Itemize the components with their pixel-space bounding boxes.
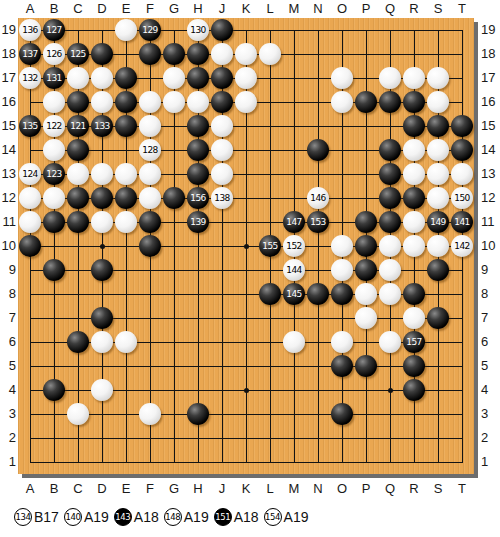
stone-S13 — [427, 163, 449, 185]
stone-D13 — [91, 163, 113, 185]
stone-C17 — [67, 67, 89, 89]
stone-H13 — [187, 163, 209, 185]
stone-B4 — [43, 379, 65, 401]
stone-Q8 — [379, 283, 401, 305]
stone-B18: 126 — [43, 43, 65, 65]
stone-B13: 123 — [43, 163, 65, 185]
stone-L8 — [259, 283, 281, 305]
stone-P7 — [355, 307, 377, 329]
stone-M8: 145 — [283, 283, 305, 305]
stone-H16 — [187, 91, 209, 113]
right-row-label-11: 11 — [481, 214, 500, 230]
stone-R16 — [403, 91, 425, 113]
stone-S15 — [427, 115, 449, 137]
stone-A19: 136 — [19, 19, 41, 41]
stone-S17 — [427, 67, 449, 89]
stone-P16 — [355, 91, 377, 113]
stone-A10 — [19, 235, 41, 257]
right-row-label-5: 5 — [481, 358, 500, 374]
stone-D16 — [91, 91, 113, 113]
stone-S7 — [427, 307, 449, 329]
stone-E12 — [115, 187, 137, 209]
stone-T10: 142 — [451, 235, 473, 257]
caption-move-148-point: A19 — [184, 509, 209, 525]
stone-J16 — [211, 91, 233, 113]
stone-B16 — [43, 91, 65, 113]
stone-D4 — [91, 379, 113, 401]
move-caption: 134B17140A19143A18148A19151A18154A19 — [14, 505, 314, 529]
stone-O9 — [331, 259, 353, 281]
caption-move-148-chip: 148 — [164, 508, 182, 526]
stone-J18 — [211, 43, 233, 65]
stone-F10 — [139, 235, 161, 257]
caption-move-151-point: A18 — [234, 509, 259, 525]
stone-A12 — [19, 187, 41, 209]
stone-J14 — [211, 139, 233, 161]
stone-K18 — [235, 43, 257, 65]
stone-R7 — [403, 307, 425, 329]
stone-H17 — [187, 67, 209, 89]
caption-move-143-chip: 143 — [114, 508, 132, 526]
stone-Q9 — [379, 259, 401, 281]
stone-B11 — [43, 211, 65, 233]
stone-D12 — [91, 187, 113, 209]
stone-C12 — [67, 187, 89, 209]
stone-R5 — [403, 355, 425, 377]
stone-E17 — [115, 67, 137, 89]
stone-S10 — [427, 235, 449, 257]
stone-Q17 — [379, 67, 401, 89]
caption-move-140-point: A19 — [84, 509, 109, 525]
stone-B19: 127 — [43, 19, 65, 41]
stone-H19: 130 — [187, 19, 209, 41]
stone-R8 — [403, 283, 425, 305]
stone-C18: 125 — [67, 43, 89, 65]
stone-P5 — [355, 355, 377, 377]
stone-Q14 — [379, 139, 401, 161]
stone-C16 — [67, 91, 89, 113]
stone-P11 — [355, 211, 377, 233]
stone-H15 — [187, 115, 209, 137]
stone-C15: 121 — [67, 115, 89, 137]
stone-O6 — [331, 331, 353, 353]
stone-R12 — [403, 187, 425, 209]
stone-E16 — [115, 91, 137, 113]
stone-M10: 152 — [283, 235, 305, 257]
stone-D18 — [91, 43, 113, 65]
stone-F11 — [139, 211, 161, 233]
stone-H3 — [187, 403, 209, 425]
stone-Q6 — [379, 331, 401, 353]
stone-Q10 — [379, 235, 401, 257]
stone-T15 — [451, 115, 473, 137]
stone-J19 — [211, 19, 233, 41]
stone-R14 — [403, 139, 425, 161]
right-row-label-17: 17 — [481, 70, 500, 86]
right-row-label-6: 6 — [481, 334, 500, 350]
stone-S12 — [427, 187, 449, 209]
caption-move-134-chip: 134 — [14, 508, 32, 526]
stone-Q12 — [379, 187, 401, 209]
stone-A17: 132 — [19, 67, 41, 89]
right-row-label-2: 2 — [481, 430, 500, 446]
right-row-label-16: 16 — [481, 94, 500, 110]
stone-J12: 138 — [211, 187, 233, 209]
stone-H18 — [187, 43, 209, 65]
right-row-label-15: 15 — [481, 118, 500, 134]
caption-move-154-point: A19 — [284, 509, 309, 525]
right-row-label-10: 10 — [481, 238, 500, 254]
stone-Q13 — [379, 163, 401, 185]
stone-R4 — [403, 379, 425, 401]
stone-T14 — [451, 139, 473, 161]
stone-O3 — [331, 403, 353, 425]
stone-O16 — [331, 91, 353, 113]
caption-move-134-point: B17 — [34, 509, 59, 525]
stone-P10 — [355, 235, 377, 257]
stone-S16 — [427, 91, 449, 113]
stone-E13 — [115, 163, 137, 185]
stone-J15 — [211, 115, 233, 137]
stone-R6: 157 — [403, 331, 425, 353]
stone-Q16 — [379, 91, 401, 113]
stone-B15: 122 — [43, 115, 65, 137]
stone-K17 — [235, 67, 257, 89]
stone-G12 — [163, 187, 185, 209]
stone-A11 — [19, 211, 41, 233]
go-diagram-page: ABCDEFGHJKLMNOPQRST ABCDEFGHJKLMNOPQRST … — [0, 0, 500, 537]
stone-S9 — [427, 259, 449, 281]
stone-D15: 133 — [91, 115, 113, 137]
right-row-label-13: 13 — [481, 166, 500, 182]
stone-F18 — [139, 43, 161, 65]
stone-R17 — [403, 67, 425, 89]
stone-L18 — [259, 43, 281, 65]
stone-O8 — [331, 283, 353, 305]
stone-E19 — [115, 19, 137, 41]
stone-D11 — [91, 211, 113, 233]
stone-F14: 128 — [139, 139, 161, 161]
stone-C14 — [67, 139, 89, 161]
stone-H11: 139 — [187, 211, 209, 233]
stone-F19: 129 — [139, 19, 161, 41]
stone-D6 — [91, 331, 113, 353]
right-row-label-9: 9 — [481, 262, 500, 278]
stone-M9: 144 — [283, 259, 305, 281]
stone-F15 — [139, 115, 161, 137]
stone-O17 — [331, 67, 353, 89]
stone-R13 — [403, 163, 425, 185]
stone-A18: 137 — [19, 43, 41, 65]
stone-Q11 — [379, 211, 401, 233]
stone-O10 — [331, 235, 353, 257]
right-row-label-4: 4 — [481, 382, 500, 398]
caption-move-154-chip: 154 — [264, 508, 282, 526]
stone-E11 — [115, 211, 137, 233]
stone-P8 — [355, 283, 377, 305]
stone-P9 — [355, 259, 377, 281]
stone-L10: 155 — [259, 235, 281, 257]
right-row-label-7: 7 — [481, 310, 500, 326]
stone-F16 — [139, 91, 161, 113]
stone-E15 — [115, 115, 137, 137]
stone-A13: 124 — [19, 163, 41, 185]
stone-C13 — [67, 163, 89, 185]
stone-S11: 149 — [427, 211, 449, 233]
stone-M11: 147 — [283, 211, 305, 233]
stone-K16 — [235, 91, 257, 113]
stone-G18 — [163, 43, 185, 65]
stone-D7 — [91, 307, 113, 329]
stone-E6 — [115, 331, 137, 353]
stone-B9 — [43, 259, 65, 281]
stone-C3 — [67, 403, 89, 425]
caption-move-140-chip: 140 — [64, 508, 82, 526]
stone-F12 — [139, 187, 161, 209]
stone-R11 — [403, 211, 425, 233]
right-row-label-3: 3 — [481, 406, 500, 422]
stone-M6 — [283, 331, 305, 353]
stones-layer: 1361271291301371261251321311351221211331… — [18, 18, 474, 474]
stone-J17 — [211, 67, 233, 89]
stone-T12: 150 — [451, 187, 473, 209]
stone-F3 — [139, 403, 161, 425]
stone-R15 — [403, 115, 425, 137]
right-row-label-1: 1 — [481, 454, 500, 470]
stone-T11: 141 — [451, 211, 473, 233]
stone-R10 — [403, 235, 425, 257]
stone-H14 — [187, 139, 209, 161]
stone-D9 — [91, 259, 113, 281]
right-row-label-18: 18 — [481, 46, 500, 62]
stone-F13 — [139, 163, 161, 185]
right-row-label-14: 14 — [481, 142, 500, 158]
right-row-label-12: 12 — [481, 190, 500, 206]
stone-C11 — [67, 211, 89, 233]
stone-N11: 153 — [307, 211, 329, 233]
stone-G16 — [163, 91, 185, 113]
stone-D17 — [91, 67, 113, 89]
caption-move-151-chip: 151 — [214, 508, 232, 526]
stone-C6 — [67, 331, 89, 353]
stone-H12: 156 — [187, 187, 209, 209]
stone-S14 — [427, 139, 449, 161]
caption-move-143-point: A18 — [134, 509, 159, 525]
stone-N12: 146 — [307, 187, 329, 209]
stone-O5 — [331, 355, 353, 377]
stone-B12 — [43, 187, 65, 209]
stone-N8 — [307, 283, 329, 305]
board[interactable]: 1361271291301371261251321311351221211331… — [18, 18, 474, 474]
stone-T13 — [451, 163, 473, 185]
stone-B14 — [43, 139, 65, 161]
right-row-label-19: 19 — [481, 22, 500, 38]
stone-B17: 131 — [43, 67, 65, 89]
stone-J13 — [211, 163, 233, 185]
stone-N14 — [307, 139, 329, 161]
stone-G17 — [163, 67, 185, 89]
right-row-label-8: 8 — [481, 286, 500, 302]
stone-A15: 135 — [19, 115, 41, 137]
